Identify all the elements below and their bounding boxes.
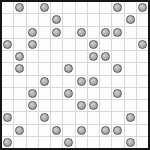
cell-r6c11[interactable] [125, 63, 136, 74]
cell-r10c2[interactable] [14, 112, 25, 123]
cell-r3c6[interactable] [63, 27, 74, 38]
cell-r11c4[interactable] [39, 125, 50, 136]
cell-r12c11[interactable] [125, 137, 136, 148]
cell-r1c9[interactable] [100, 2, 111, 13]
gray-stone [64, 89, 73, 98]
cell-r7c11[interactable] [125, 76, 136, 87]
gray-stone [64, 64, 73, 73]
cell-r8c9[interactable] [100, 88, 111, 99]
cell-r9c6[interactable] [63, 100, 74, 111]
cell-r6c4[interactable] [39, 63, 50, 74]
cell-r2c6[interactable] [63, 14, 74, 25]
gray-stone [113, 89, 122, 98]
cell-r3c1[interactable] [2, 27, 13, 38]
cell-r6c12[interactable] [137, 63, 148, 74]
cell-r6c1[interactable] [2, 63, 13, 74]
gray-stone [113, 28, 122, 37]
cell-r12c10[interactable] [112, 137, 123, 148]
cell-r2c10[interactable] [112, 14, 123, 25]
cell-r11c8[interactable] [88, 125, 99, 136]
cell-r5c11[interactable] [125, 51, 136, 62]
cell-r8c4[interactable] [39, 88, 50, 99]
cell-r6c3[interactable] [27, 63, 38, 74]
cell-r3c11[interactable] [125, 27, 136, 38]
cell-r12c7[interactable] [76, 137, 87, 148]
cell-r5c9[interactable] [100, 51, 111, 62]
cell-r1c5[interactable] [51, 2, 62, 13]
cell-r4c7[interactable] [76, 39, 87, 50]
gray-stone [52, 126, 61, 135]
cell-r2c1[interactable] [2, 14, 13, 25]
cell-r3c9[interactable] [100, 27, 111, 38]
gray-stone [77, 126, 86, 135]
cell-r9c4[interactable] [39, 100, 50, 111]
cell-r9c12[interactable] [137, 100, 148, 111]
cell-r5c2[interactable] [14, 51, 25, 62]
cell-r7c5[interactable] [51, 76, 62, 87]
cell-r10c10[interactable] [112, 112, 123, 123]
cell-r8c2[interactable] [14, 88, 25, 99]
cell-r5c1[interactable] [2, 51, 13, 62]
gray-stone [28, 28, 37, 37]
cell-r11c3[interactable] [27, 125, 38, 136]
gray-stone [77, 28, 86, 37]
cell-r1c2[interactable] [14, 2, 25, 13]
gray-stone [113, 64, 122, 73]
gray-stone [15, 64, 24, 73]
cell-r8c3[interactable] [27, 88, 38, 99]
gray-stone [89, 40, 98, 49]
cell-r12c8[interactable] [88, 137, 99, 148]
cell-r11c10[interactable] [112, 125, 123, 136]
cell-r6c10[interactable] [112, 63, 123, 74]
cell-r5c10[interactable] [112, 51, 123, 62]
cell-r9c10[interactable] [112, 100, 123, 111]
gray-stone [40, 77, 49, 86]
cell-r10c12[interactable] [137, 112, 148, 123]
cell-r4c9[interactable] [100, 39, 111, 50]
cell-r1c7[interactable] [76, 2, 87, 13]
gray-stone [3, 113, 12, 122]
cell-r4c2[interactable] [14, 39, 25, 50]
cell-r7c2[interactable] [14, 76, 25, 87]
cell-r3c4[interactable] [39, 27, 50, 38]
cell-r10c3[interactable] [27, 112, 38, 123]
gray-stone [126, 138, 135, 147]
cell-r9c1[interactable] [2, 100, 13, 111]
cell-r1c6[interactable] [63, 2, 74, 13]
cell-r4c8[interactable] [88, 39, 99, 50]
cell-r1c12[interactable] [137, 2, 148, 13]
gray-stone [101, 52, 110, 61]
cell-r12c5[interactable] [51, 137, 62, 148]
cell-r9c11[interactable] [125, 100, 136, 111]
cell-r8c5[interactable] [51, 88, 62, 99]
gray-stone [89, 52, 98, 61]
cell-r7c4[interactable] [39, 76, 50, 87]
gray-stone [113, 126, 122, 135]
cell-r3c2[interactable] [14, 27, 25, 38]
cell-r12c6[interactable] [63, 137, 74, 148]
cell-r5c5[interactable] [51, 51, 62, 62]
cell-r5c6[interactable] [63, 51, 74, 62]
gray-stone [138, 3, 147, 12]
cell-r5c12[interactable] [137, 51, 148, 62]
cell-r8c11[interactable] [125, 88, 136, 99]
cell-r9c3[interactable] [27, 100, 38, 111]
cell-r8c7[interactable] [76, 88, 87, 99]
cell-r9c7[interactable] [76, 100, 87, 111]
cell-r3c10[interactable] [112, 27, 123, 38]
cell-r11c5[interactable] [51, 125, 62, 136]
gray-stone [28, 89, 37, 98]
cell-r10c8[interactable] [88, 112, 99, 123]
cell-r3c5[interactable] [51, 27, 62, 38]
gray-stone [138, 40, 147, 49]
cell-r7c8[interactable] [88, 76, 99, 87]
cell-r2c12[interactable] [137, 14, 148, 25]
cell-r1c8[interactable] [88, 2, 99, 13]
gray-stone [126, 15, 135, 24]
cell-r9c9[interactable] [100, 100, 111, 111]
gray-stone [15, 3, 24, 12]
cell-r3c3[interactable] [27, 27, 38, 38]
cell-r2c2[interactable] [14, 14, 25, 25]
gray-stone [126, 113, 135, 122]
cell-r11c11[interactable] [125, 125, 136, 136]
gray-stone [52, 28, 61, 37]
cell-r11c6[interactable] [63, 125, 74, 136]
gray-stone [40, 3, 49, 12]
gray-stone [15, 52, 24, 61]
cell-r2c3[interactable] [27, 14, 38, 25]
cell-r6c9[interactable] [100, 63, 111, 74]
cell-r7c1[interactable] [2, 76, 13, 87]
cell-r10c4[interactable] [39, 112, 50, 123]
cell-r2c8[interactable] [88, 14, 99, 25]
gray-stone [28, 101, 37, 110]
cell-r2c7[interactable] [76, 14, 87, 25]
cell-r3c12[interactable] [137, 27, 148, 38]
cell-r11c1[interactable] [2, 125, 13, 136]
cell-r12c2[interactable] [14, 137, 25, 148]
cell-r12c4[interactable] [39, 137, 50, 148]
cell-r8c8[interactable] [88, 88, 99, 99]
cell-r7c12[interactable] [137, 76, 148, 87]
gray-stone [3, 40, 12, 49]
gray-stone [89, 101, 98, 110]
gray-stone [113, 3, 122, 12]
cell-r10c5[interactable] [51, 112, 62, 123]
gray-stone [3, 138, 12, 147]
cell-r6c2[interactable] [14, 63, 25, 74]
cell-r12c3[interactable] [27, 137, 38, 148]
cell-r4c12[interactable] [137, 39, 148, 50]
cell-r7c9[interactable] [100, 76, 111, 87]
cell-r12c9[interactable] [100, 137, 111, 148]
gray-stone [15, 126, 24, 135]
gray-stone [89, 77, 98, 86]
gray-stone [40, 113, 49, 122]
cell-r1c10[interactable] [112, 2, 123, 13]
cell-r5c7[interactable] [76, 51, 87, 62]
cell-r4c1[interactable] [2, 39, 13, 50]
cell-r4c11[interactable] [125, 39, 136, 50]
cell-r12c12[interactable] [137, 137, 148, 148]
cell-r8c6[interactable] [63, 88, 74, 99]
cell-r10c11[interactable] [125, 112, 136, 123]
cell-r1c11[interactable] [125, 2, 136, 13]
cell-r4c6[interactable] [63, 39, 74, 50]
cell-r2c4[interactable] [39, 14, 50, 25]
cell-r9c8[interactable] [88, 100, 99, 111]
cell-r6c5[interactable] [51, 63, 62, 74]
cell-r7c7[interactable] [76, 76, 87, 87]
cell-r11c9[interactable] [100, 125, 111, 136]
cell-r8c12[interactable] [137, 88, 148, 99]
puzzle-board [0, 0, 150, 150]
cell-r5c8[interactable] [88, 51, 99, 62]
gray-stone [52, 15, 61, 24]
cell-r10c6[interactable] [63, 112, 74, 123]
cell-r1c1[interactable] [2, 2, 13, 13]
gray-stone [64, 138, 73, 147]
gray-stone [77, 101, 86, 110]
cell-r1c4[interactable] [39, 2, 50, 13]
gray-stone [101, 28, 110, 37]
cell-r8c10[interactable] [112, 88, 123, 99]
cell-r2c9[interactable] [100, 14, 111, 25]
cell-r7c6[interactable] [63, 76, 74, 87]
cell-r4c10[interactable] [112, 39, 123, 50]
cell-r5c4[interactable] [39, 51, 50, 62]
cell-r4c3[interactable] [27, 39, 38, 50]
cell-r6c7[interactable] [76, 63, 87, 74]
cell-r3c7[interactable] [76, 27, 87, 38]
cell-r2c5[interactable] [51, 14, 62, 25]
gray-stone [28, 40, 37, 49]
cell-r6c8[interactable] [88, 63, 99, 74]
cell-r11c7[interactable] [76, 125, 87, 136]
cell-r12c1[interactable] [2, 137, 13, 148]
cell-r10c7[interactable] [76, 112, 87, 123]
cell-r9c5[interactable] [51, 100, 62, 111]
cell-r4c4[interactable] [39, 39, 50, 50]
cell-r3c8[interactable] [88, 27, 99, 38]
cell-r11c2[interactable] [14, 125, 25, 136]
cell-r4c5[interactable] [51, 39, 62, 50]
cell-r6c6[interactable] [63, 63, 74, 74]
cell-r8c1[interactable] [2, 88, 13, 99]
gray-stone [77, 77, 86, 86]
cell-r5c3[interactable] [27, 51, 38, 62]
cell-r9c2[interactable] [14, 100, 25, 111]
cell-r11c12[interactable] [137, 125, 148, 136]
gray-stone [101, 126, 110, 135]
cell-r7c3[interactable] [27, 76, 38, 87]
cell-r1c3[interactable] [27, 2, 38, 13]
cell-r10c1[interactable] [2, 112, 13, 123]
cell-r10c9[interactable] [100, 112, 111, 123]
cell-r2c11[interactable] [125, 14, 136, 25]
cell-r7c10[interactable] [112, 76, 123, 87]
